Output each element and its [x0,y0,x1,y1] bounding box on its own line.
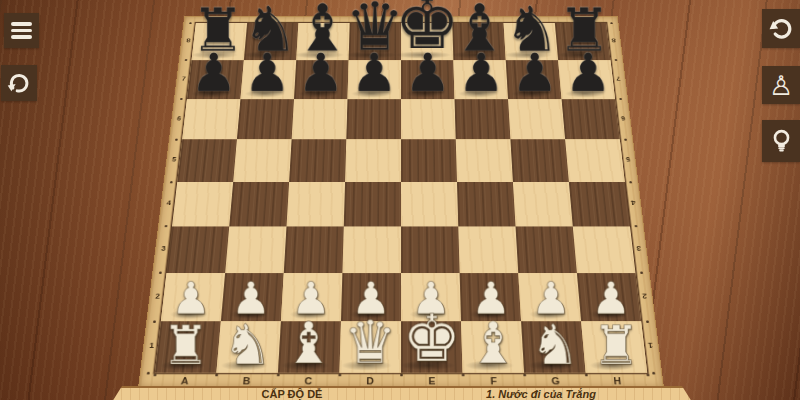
rotate-icon [6,70,32,96]
square-d5[interactable] [345,139,401,181]
rank-label-3-right: 3 [632,244,645,252]
frame-stud [147,371,150,374]
square-g7[interactable]: ♟ [506,60,562,99]
level-label: CẤP ĐỘ DỄ [217,388,367,400]
frame-stud [619,98,622,100]
piece-white-bishop[interactable]: ♝ [467,316,519,371]
frame-stud [624,138,627,140]
square-d1[interactable]: ♛ [339,322,401,373]
square-h3[interactable] [573,226,636,272]
frame-stud [180,98,183,100]
file-label-e: E [401,375,463,386]
square-d7[interactable]: ♟ [347,60,401,99]
frame-stud [153,320,156,323]
frame-stud [159,272,162,274]
frame-stud [400,374,403,377]
square-h4[interactable] [569,182,630,226]
rank-label-6-left: 6 [173,115,185,122]
square-e3[interactable] [401,226,460,272]
square-c3[interactable] [284,226,344,272]
square-g4[interactable] [513,182,573,226]
frame-stud [615,59,618,61]
square-a4[interactable] [172,182,233,226]
board-front-edge: CẤP ĐỘ DỄ 1. Nước đi của Trắng [112,386,692,400]
square-h5[interactable] [565,139,625,181]
frame-stud [629,181,632,183]
rank-label-8-left: 8 [183,37,195,43]
piece-black-pawn[interactable]: ♟ [190,48,237,98]
square-b4[interactable] [229,182,289,226]
square-a7[interactable]: ♟ [187,60,244,99]
rank-label-2-left: 2 [151,292,164,300]
piece-black-pawn[interactable]: ♟ [565,48,612,98]
frame-stud [640,272,643,274]
hamburger-icon [11,19,32,42]
square-e4[interactable] [401,182,458,226]
square-e6[interactable] [401,99,456,140]
rank-label-7-right: 7 [612,75,624,82]
piece-black-pawn[interactable]: ♟ [511,48,558,98]
square-a5[interactable] [177,139,237,181]
piece-white-rook[interactable]: ♜ [162,320,210,371]
frame-stud [646,320,649,323]
chess-app: ♙ ♜♞♝♛♚♝♞♜♟♟♟♟♟♟♟♟♟♟♟♟♟♟♟♟♜♞♝♛♚♝♞♜ ABCDE… [0,0,800,400]
rank-label-5-left: 5 [168,156,180,163]
square-f6[interactable] [455,99,511,140]
frame-stud [153,374,156,377]
piece-white-king[interactable]: ♚ [402,309,461,371]
square-h6[interactable] [562,99,620,140]
rank-label-7-left: 7 [178,75,190,82]
rank-label-3-left: 3 [157,244,170,252]
piece-white-bishop[interactable]: ♝ [283,316,335,371]
rank-label-4-right: 4 [627,199,640,207]
undo-move-button[interactable] [762,9,800,48]
piece-white-knight[interactable]: ♞ [222,318,272,371]
hint-button[interactable] [762,120,800,162]
square-h7[interactable]: ♟ [558,60,615,99]
square-b6[interactable] [237,99,294,140]
square-g5[interactable] [510,139,568,181]
square-a6[interactable] [182,99,240,140]
move-indicator: 1. Nước đi của Trắng [446,388,636,400]
square-c7[interactable]: ♟ [294,60,349,99]
file-label-b: B [215,375,278,386]
frame-stud [338,374,341,377]
opponent-mode-button[interactable]: ♙ [762,66,800,104]
file-label-d: D [339,375,401,386]
square-c6[interactable] [292,99,348,140]
square-f3[interactable] [458,226,518,272]
frame-stud [634,225,637,227]
rank-label-6-right: 6 [617,115,629,122]
square-c1[interactable]: ♝ [278,322,341,373]
frame-stud [164,225,167,227]
rotate-board-button[interactable] [1,65,37,101]
square-b3[interactable] [225,226,286,272]
frame-stud [523,374,526,377]
piece-black-pawn[interactable]: ♟ [404,48,451,98]
piece-black-pawn[interactable]: ♟ [351,48,398,98]
rank-label-2-right: 2 [638,292,651,300]
square-c5[interactable] [289,139,346,181]
square-g3[interactable] [516,226,577,272]
square-e5[interactable] [401,139,457,181]
rank-label-8-right: 8 [608,37,620,43]
rank-label-1-left: 1 [145,341,159,350]
frame-stud [646,374,649,377]
frame-stud [175,138,178,140]
square-e1[interactable]: ♚ [401,322,463,373]
file-label-c: C [277,375,339,386]
square-a3[interactable] [167,226,230,272]
frame-stud [215,374,218,377]
frame-stud [461,374,464,377]
piece-white-rook[interactable]: ♜ [592,320,640,371]
piece-black-pawn[interactable]: ♟ [297,48,344,98]
square-b5[interactable] [233,139,291,181]
piece-black-pawn[interactable]: ♟ [458,48,505,98]
square-d3[interactable] [342,226,401,272]
rank-label-1-right: 1 [644,341,658,350]
chess-board[interactable]: ♜♞♝♛♚♝♞♜♟♟♟♟♟♟♟♟♟♟♟♟♟♟♟♟♜♞♝♛♚♝♞♜ ABCDEFG… [138,16,664,388]
square-f1[interactable]: ♝ [461,322,524,373]
square-c4[interactable] [286,182,345,226]
square-d6[interactable] [346,99,401,140]
frame-stud [276,374,279,377]
frame-stud [189,22,192,24]
rank-label-5-right: 5 [622,156,634,163]
piece-white-knight[interactable]: ♞ [530,318,580,371]
undo-icon [768,15,795,42]
square-g1[interactable]: ♞ [521,322,586,373]
piece-black-pawn[interactable]: ♟ [244,48,291,98]
rank-label-4-left: 4 [162,199,175,207]
square-b7[interactable]: ♟ [240,60,296,99]
lightbulb-icon [768,126,795,156]
frame-stud [170,181,173,183]
file-label-a: A [153,375,216,386]
square-f4[interactable] [457,182,516,226]
frame-stud [584,374,587,377]
square-f7[interactable]: ♟ [453,60,508,99]
square-h1[interactable]: ♜ [581,322,647,373]
file-label-f: F [463,375,525,386]
frame-stud [185,59,188,61]
frame-stud [652,371,655,374]
square-e7[interactable]: ♟ [401,60,455,99]
square-d4[interactable] [344,182,401,226]
piece-white-queen[interactable]: ♛ [344,314,397,371]
square-f5[interactable] [456,139,513,181]
square-g6[interactable] [508,99,565,140]
pawn-icon: ♙ [769,72,793,99]
frame-stud [610,22,613,24]
file-label-g: G [524,375,587,386]
menu-button[interactable] [4,13,39,48]
board-grid: ♜♞♝♛♚♝♞♜♟♟♟♟♟♟♟♟♟♟♟♟♟♟♟♟♜♞♝♛♚♝♞♜ [155,23,647,373]
square-a1[interactable]: ♜ [155,322,221,373]
square-b1[interactable]: ♞ [216,322,281,373]
file-label-h: H [586,375,649,386]
